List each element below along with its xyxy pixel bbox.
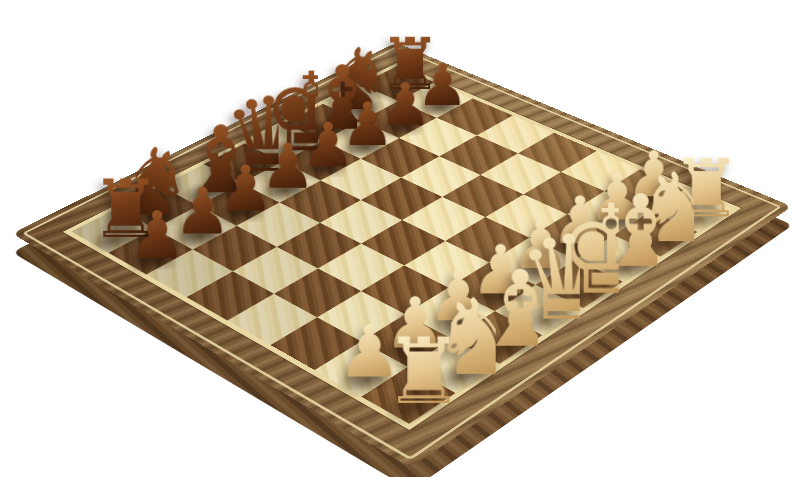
board-grid: ♜♞♝♛♚♝♞♜♟♟♟♟♟♟♟♟♟♟♟♟♟♟♟♟♜♞♝♛♚♝♞♜: [71, 66, 732, 424]
chess-set-photo: ♜♞♝♛♚♝♞♜♟♟♟♟♟♟♟♟♟♟♟♟♟♟♟♟♜♞♝♛♚♝♞♜: [0, 0, 800, 477]
square-f6[interactable]: [361, 138, 440, 178]
board-playfield: ♜♞♝♛♚♝♞♜♟♟♟♟♟♟♟♟♟♟♟♟♟♟♟♟♜♞♝♛♚♝♞♜: [63, 63, 741, 430]
chess-board: ♜♞♝♛♚♝♞♜♟♟♟♟♟♟♟♟♟♟♟♟♟♟♟♟♜♞♝♛♚♝♞♜: [12, 43, 792, 468]
